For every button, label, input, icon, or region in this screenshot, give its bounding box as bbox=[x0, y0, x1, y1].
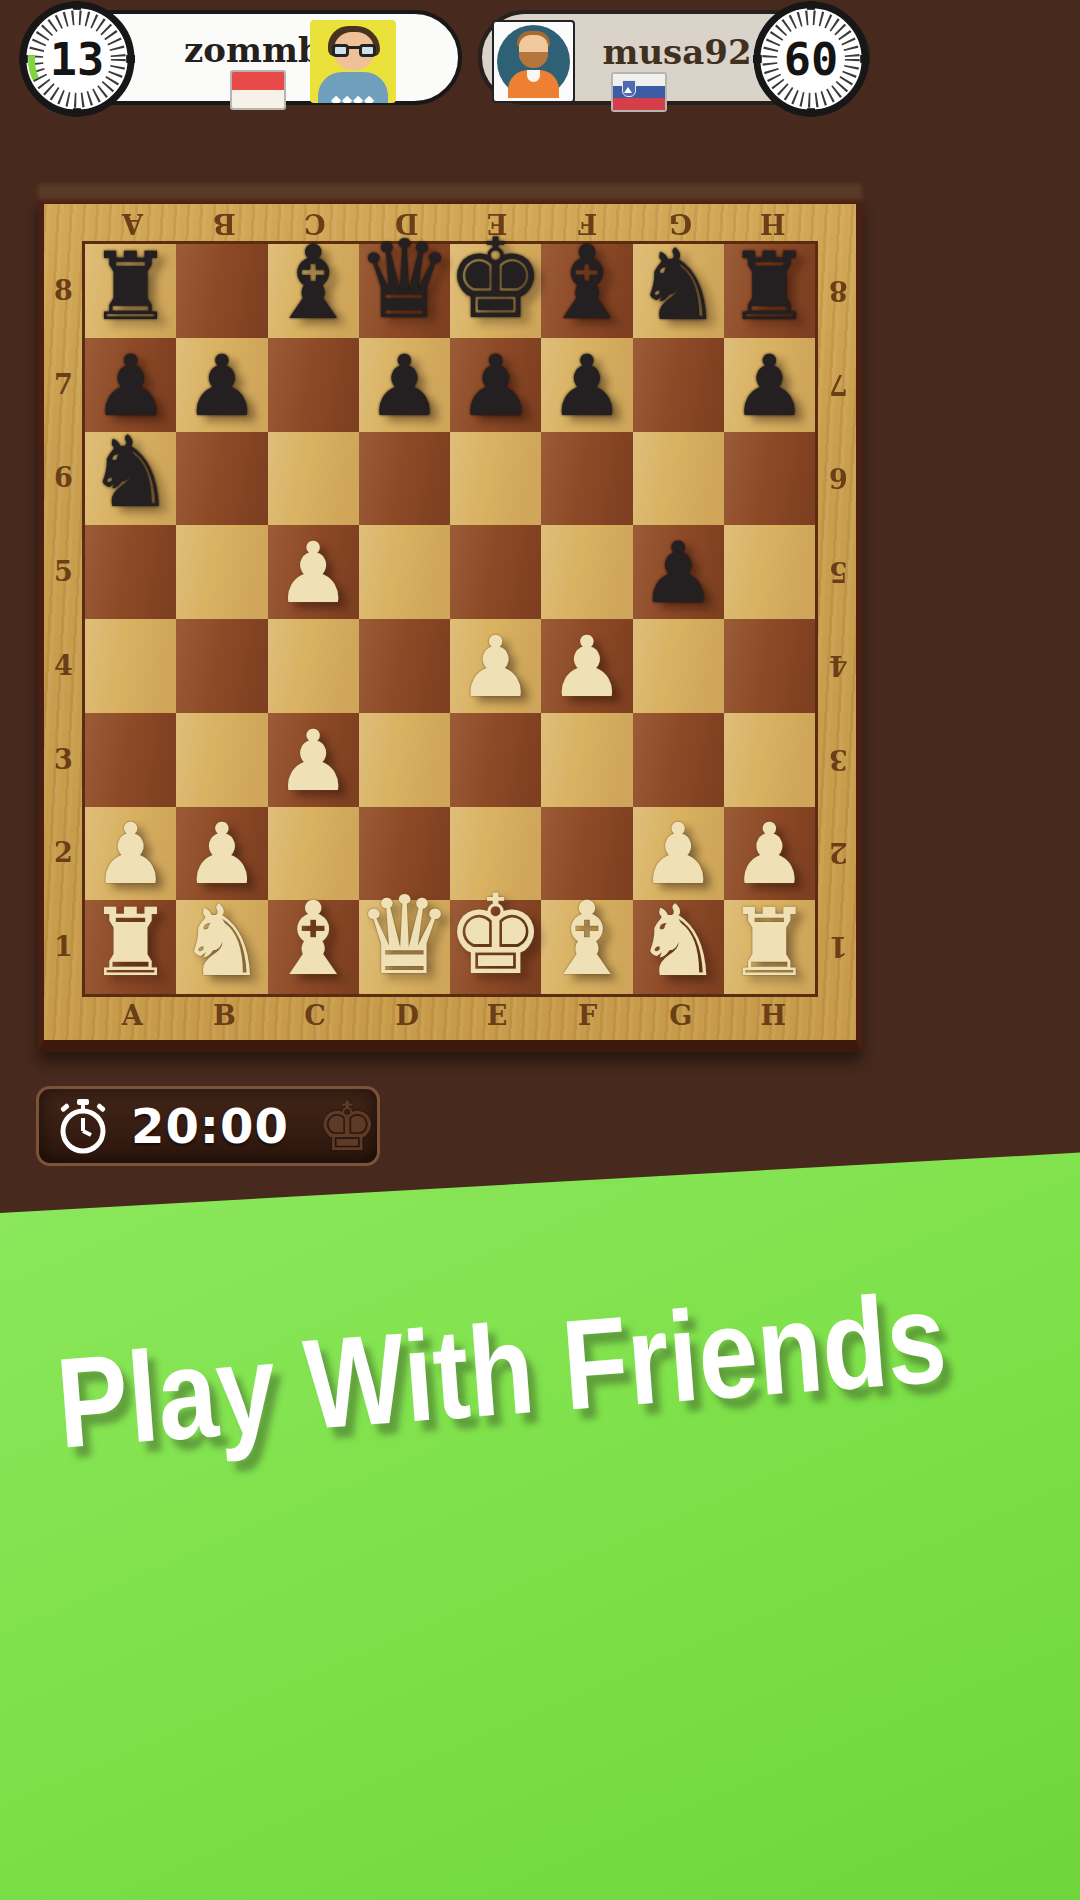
square-h4[interactable] bbox=[724, 619, 815, 713]
rank-label-right-6: 6 bbox=[829, 462, 848, 493]
square-d3[interactable] bbox=[359, 713, 450, 807]
square-c7[interactable] bbox=[268, 338, 359, 432]
piece-wk-e1[interactable]: ♚ bbox=[450, 848, 541, 990]
square-b5[interactable] bbox=[176, 525, 267, 619]
left-timer-clock: 13 bbox=[18, 0, 136, 118]
right-timer-value: 60 bbox=[784, 33, 838, 86]
game-clock-bar: 20:00 ♚ bbox=[36, 1086, 380, 1166]
file-label-bottom-B: B bbox=[213, 1000, 236, 1031]
piece-wn-b1[interactable]: ♞ bbox=[176, 848, 267, 990]
piece-wp-c5[interactable]: ♟ bbox=[268, 473, 359, 615]
king-icon: ♚ bbox=[317, 1092, 378, 1160]
piece-wq-d1[interactable]: ♛ bbox=[359, 848, 450, 990]
piece-wn-g1[interactable]: ♞ bbox=[633, 848, 724, 990]
file-label-bottom-G: G bbox=[669, 1000, 692, 1031]
rank-label-left-2: 2 bbox=[54, 837, 73, 868]
piece-bp-d7[interactable]: ♟ bbox=[359, 286, 450, 428]
right-timer-clock: 60 bbox=[752, 0, 870, 118]
file-label-bottom-H: H bbox=[760, 1000, 786, 1031]
rank-label-right-5: 5 bbox=[829, 556, 848, 587]
game-time-remaining: 20:00 bbox=[131, 1098, 289, 1154]
file-label-bottom-D: D bbox=[395, 1000, 418, 1031]
rank-label-right-1: 1 bbox=[829, 931, 848, 962]
avatar-left[interactable]: ◆◆◆◆ bbox=[310, 20, 396, 103]
rank-label-right-3: 3 bbox=[829, 744, 848, 775]
file-label-top-B: B bbox=[213, 208, 236, 239]
square-h6[interactable] bbox=[724, 432, 815, 526]
rank-label-left-7: 7 bbox=[54, 369, 73, 400]
square-e3[interactable] bbox=[450, 713, 541, 807]
square-d6[interactable] bbox=[359, 432, 450, 526]
promo-banner[interactable] bbox=[0, 1139, 1080, 1900]
rank-label-right-2: 2 bbox=[829, 837, 848, 868]
slovenia-flag bbox=[611, 72, 667, 112]
square-h5[interactable] bbox=[724, 525, 815, 619]
piece-wr-h1[interactable]: ♜ bbox=[724, 848, 815, 990]
square-a4[interactable] bbox=[85, 619, 176, 713]
piece-bn-a6[interactable]: ♞ bbox=[85, 380, 176, 522]
rank-label-left-8: 8 bbox=[54, 275, 73, 306]
chess-board: 8877665544332211AABBCCDDEEFFGGHH ♜♝♛♚♝♞♜… bbox=[38, 198, 862, 1052]
indonesia-flag bbox=[230, 70, 286, 110]
rank-label-left-6: 6 bbox=[54, 462, 73, 493]
square-f6[interactable] bbox=[541, 432, 632, 526]
square-d5[interactable] bbox=[359, 525, 450, 619]
avatar-shirt bbox=[508, 70, 559, 98]
file-label-bottom-E: E bbox=[487, 1000, 508, 1031]
square-g7[interactable] bbox=[633, 338, 724, 432]
rank-label-left-1: 1 bbox=[54, 931, 73, 962]
file-label-bottom-A: A bbox=[122, 1000, 143, 1031]
avatar-sweater: ◆◆◆◆ bbox=[318, 72, 388, 103]
piece-bn-g8[interactable]: ♞ bbox=[633, 192, 724, 334]
avatar-right[interactable] bbox=[492, 20, 575, 103]
stopwatch-icon bbox=[57, 1097, 109, 1155]
piece-bp-g5[interactable]: ♟ bbox=[633, 473, 724, 615]
square-b6[interactable] bbox=[176, 432, 267, 526]
piece-wb-f1[interactable]: ♝ bbox=[541, 848, 632, 990]
rank-label-left-4: 4 bbox=[54, 650, 73, 681]
glasses-icon bbox=[332, 44, 376, 58]
square-d4[interactable] bbox=[359, 619, 450, 713]
square-a5[interactable] bbox=[85, 525, 176, 619]
square-b4[interactable] bbox=[176, 619, 267, 713]
file-label-bottom-C: C bbox=[304, 1000, 326, 1031]
player-name-right: musa92 bbox=[582, 32, 772, 72]
piece-bp-h7[interactable]: ♟ bbox=[724, 286, 815, 428]
rank-label-right-4: 4 bbox=[829, 650, 848, 681]
piece-wp-e4[interactable]: ♟ bbox=[450, 567, 541, 709]
piece-bp-b7[interactable]: ♟ bbox=[176, 286, 267, 428]
rank-label-right-8: 8 bbox=[829, 275, 848, 306]
app-screen: zommblo ◆◆◆◆ 13 musa92 bbox=[0, 0, 1080, 1900]
piece-wp-c3[interactable]: ♟ bbox=[268, 661, 359, 803]
piece-bp-f7[interactable]: ♟ bbox=[541, 286, 632, 428]
square-e6[interactable] bbox=[450, 432, 541, 526]
piece-wr-a1[interactable]: ♜ bbox=[85, 848, 176, 990]
piece-wb-c1[interactable]: ♝ bbox=[268, 848, 359, 990]
file-label-bottom-F: F bbox=[578, 1000, 597, 1031]
piece-wp-f4[interactable]: ♟ bbox=[541, 567, 632, 709]
left-timer-value: 13 bbox=[50, 33, 104, 86]
rank-label-right-7: 7 bbox=[829, 369, 848, 400]
square-f3[interactable] bbox=[541, 713, 632, 807]
piece-bp-e7[interactable]: ♟ bbox=[450, 286, 541, 428]
piece-bb-c8[interactable]: ♝ bbox=[268, 192, 359, 334]
rank-label-left-3: 3 bbox=[54, 744, 73, 775]
square-g4[interactable] bbox=[633, 619, 724, 713]
rank-label-left-5: 5 bbox=[54, 556, 73, 587]
